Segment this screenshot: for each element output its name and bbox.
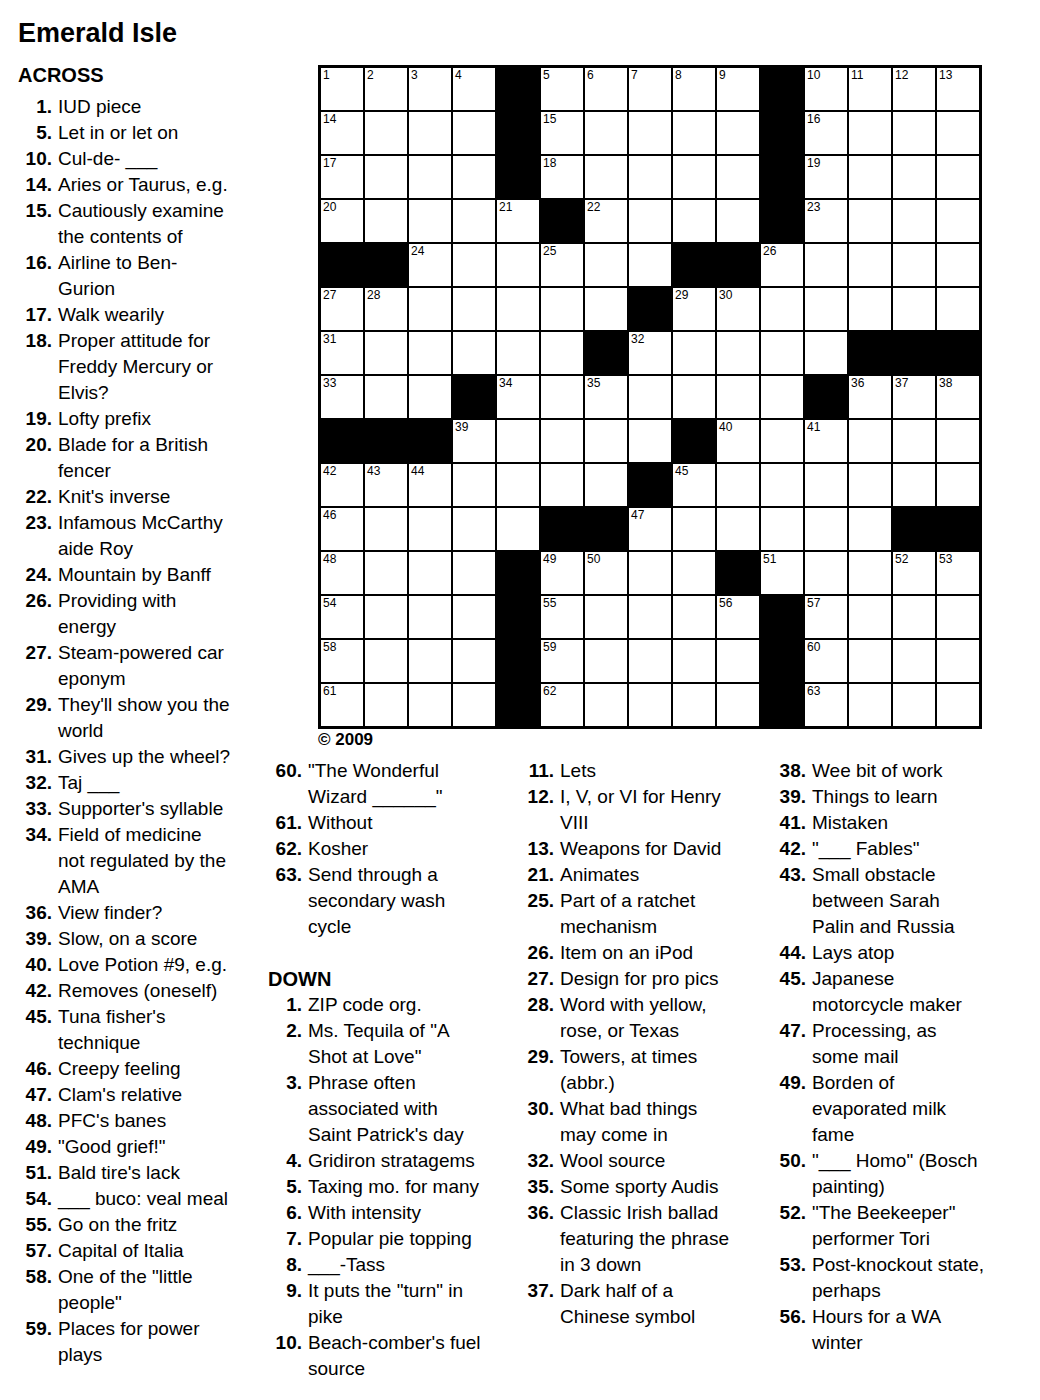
grid-cell[interactable]: 22 [585,200,627,242]
grid-cell[interactable] [893,200,935,242]
grid-cell[interactable]: 9 [717,68,759,110]
clue-number: 8. [268,1252,302,1278]
grid-cell[interactable]: 16 [805,112,847,154]
grid-cell[interactable] [629,200,671,242]
black-square [541,200,583,242]
clue-number: 9. [268,1278,302,1330]
grid-cell[interactable] [673,640,715,682]
clue-text: IUD piece [58,94,141,120]
grid-cell[interactable] [453,288,495,330]
grid-cell[interactable] [585,420,627,462]
across-clue-29: 29.They'll show you the world [18,692,280,744]
grid-cell[interactable]: 40 [717,420,759,462]
down-clue-45: 45.Japanese motorcycle maker [772,966,1038,1018]
across-clue-47: 47.Clam's relative [18,1082,280,1108]
grid-cell[interactable]: 10 [805,68,847,110]
grid-cell[interactable] [365,332,407,374]
grid-cell[interactable] [409,552,451,594]
cell-number: 29 [675,289,688,302]
down-clue-5: 5.Taxing mo. for many [268,1174,518,1200]
clue-number: 35. [520,1174,554,1200]
across-clue-40: 40.Love Potion #9, e.g. [18,952,280,978]
grid-cell[interactable]: 36 [849,376,891,418]
grid-cell[interactable] [409,112,451,154]
grid-cell[interactable] [673,508,715,550]
clue-text: Processing, as some mail [812,1018,937,1070]
grid-cell[interactable] [849,112,891,154]
grid-cell[interactable] [937,464,979,506]
grid-cell[interactable] [585,156,627,198]
grid-cell[interactable] [365,552,407,594]
cell-number: 13 [939,69,952,82]
cell-number: 15 [543,113,556,126]
grid-cell[interactable] [497,508,539,550]
grid-cell[interactable] [453,200,495,242]
grid-cell[interactable]: 8 [673,68,715,110]
grid-cell[interactable] [409,508,451,550]
clue-text: Wee bit of work [812,758,943,784]
across-clue-16: 16.Airline to Ben- Gurion [18,250,280,302]
across-clue-list: 1.IUD piece5.Let in or let on10.Cul-de- … [18,94,280,1368]
black-square [761,684,803,726]
clue-number: 22. [18,484,52,510]
grid-cell[interactable]: 12 [893,68,935,110]
clue-text: Weapons for David [560,836,721,862]
grid-cell[interactable] [409,596,451,638]
grid-cell[interactable] [629,376,671,418]
grid-cell[interactable] [453,156,495,198]
grid-cell[interactable] [893,112,935,154]
grid-cell[interactable] [409,684,451,726]
cell-number: 26 [763,245,776,258]
grid-cell[interactable] [541,288,583,330]
grid-cell[interactable] [849,200,891,242]
grid-cell[interactable]: 57 [805,596,847,638]
grid-cell[interactable] [541,420,583,462]
grid-cell[interactable] [585,288,627,330]
grid-cell[interactable] [497,420,539,462]
clue-text: Field of medicine not regulated by the A… [58,822,226,900]
grid-cell[interactable] [453,552,495,594]
cell-number: 52 [895,553,908,566]
grid-cell[interactable] [805,244,847,286]
grid-cell[interactable] [453,640,495,682]
grid-cell[interactable]: 56 [717,596,759,638]
grid-cell[interactable]: 17 [321,156,363,198]
grid-cell[interactable] [541,332,583,374]
grid-cell[interactable] [849,288,891,330]
down-clue-8: 8.___-Tass [268,1252,518,1278]
grid-cell[interactable]: 21 [497,200,539,242]
grid-cell[interactable] [585,684,627,726]
grid-cell[interactable]: 59 [541,640,583,682]
grid-cell[interactable]: 26 [761,244,803,286]
clue-text: PFC's banes [58,1108,166,1134]
cell-number: 19 [807,157,820,170]
cell-number: 54 [323,597,336,610]
clue-text: "___ Fables" [812,836,920,862]
grid-cell[interactable]: 54 [321,596,363,638]
grid-cell[interactable] [673,684,715,726]
grid-cell[interactable]: 20 [321,200,363,242]
cell-number: 11 [851,69,863,82]
grid-cell[interactable] [937,156,979,198]
down-clue-9: 9.It puts the "turn" in pike [268,1278,518,1330]
down-clue-2: 2.Ms. Tequila of "A Shot at Love" [268,1018,518,1070]
grid-cell[interactable]: 32 [629,332,671,374]
grid-cell[interactable] [893,156,935,198]
grid-cell[interactable] [717,684,759,726]
cell-number: 59 [543,641,556,654]
grid-cell[interactable]: 53 [937,552,979,594]
grid-cell[interactable] [629,244,671,286]
grid-cell[interactable] [937,596,979,638]
clue-text: Beach-comber's fuel source [308,1330,481,1376]
grid-cell[interactable] [717,112,759,154]
across-clue-55: 55.Go on the fritz [18,1212,280,1238]
grid-cell[interactable] [805,288,847,330]
grid-cell[interactable] [717,200,759,242]
cell-number: 55 [543,597,556,610]
down-clue-56: 56.Hours for a WA winter [772,1304,1038,1356]
black-square [541,508,583,550]
grid-cell[interactable]: 6 [585,68,627,110]
grid-cell[interactable] [849,552,891,594]
grid-cell[interactable] [409,288,451,330]
grid-cell[interactable]: 28 [365,288,407,330]
down-clue-42: 42."___ Fables" [772,836,1038,862]
grid-cell[interactable]: 7 [629,68,671,110]
grid-cell[interactable] [849,508,891,550]
clue-number: 29. [18,692,52,744]
grid-cell[interactable] [893,684,935,726]
grid-cell[interactable]: 13 [937,68,979,110]
grid-cell[interactable] [497,332,539,374]
down-clue-36: 36.Classic Irish ballad featuring the ph… [520,1200,770,1278]
black-square [629,288,671,330]
grid-cell[interactable] [937,288,979,330]
grid-cell[interactable] [937,244,979,286]
grid-cell[interactable]: 52 [893,552,935,594]
grid-cell[interactable]: 58 [321,640,363,682]
grid-cell[interactable]: 3 [409,68,451,110]
black-square [629,464,671,506]
cell-number: 40 [719,421,732,434]
clue-number: 37. [520,1278,554,1330]
cell-number: 48 [323,553,336,566]
grid-cell[interactable] [409,200,451,242]
grid-cell[interactable]: 38 [937,376,979,418]
grid-cell[interactable]: 39 [453,420,495,462]
grid-cell[interactable] [365,200,407,242]
grid-cell[interactable] [761,332,803,374]
grid-cell[interactable]: 31 [321,332,363,374]
grid-cell[interactable] [365,684,407,726]
grid-cell[interactable] [673,552,715,594]
grid-cell[interactable]: 23 [805,200,847,242]
grid-cell[interactable]: 47 [629,508,671,550]
cell-number: 47 [631,509,644,522]
clue-text: Taj ___ [58,770,119,796]
across-clue-60: 60."The Wonderful Wizard ______" [268,758,518,810]
grid-cell[interactable] [717,640,759,682]
grid-cell[interactable] [673,332,715,374]
grid-cell[interactable]: 11 [849,68,891,110]
grid-cell[interactable]: 5 [541,68,583,110]
across-clue-19: 19.Lofty prefix [18,406,280,432]
grid-cell[interactable] [937,640,979,682]
grid-cell[interactable]: 4 [453,68,495,110]
grid-cell[interactable] [453,508,495,550]
clue-number: 13. [520,836,554,862]
grid-cell[interactable] [761,376,803,418]
cell-number: 23 [807,201,820,214]
grid-cell[interactable]: 2 [365,68,407,110]
grid-cell[interactable]: 45 [673,464,715,506]
clue-number: 26. [18,588,52,640]
clue-number: 1. [268,992,302,1018]
clue-number: 51. [18,1160,52,1186]
grid-cell[interactable] [761,288,803,330]
grid-cell[interactable] [673,112,715,154]
clue-number: 32. [18,770,52,796]
clue-text: Tuna fisher's technique [58,1004,165,1056]
grid-cell[interactable]: 35 [585,376,627,418]
grid-cell[interactable]: 61 [321,684,363,726]
grid-cell[interactable]: 43 [365,464,407,506]
clue-number: 24. [18,562,52,588]
cell-number: 27 [323,289,336,302]
grid-cell[interactable] [409,156,451,198]
down-clue-49: 49.Borden of evaporated milk fame [772,1070,1038,1148]
down-clue-43: 43.Small obstacle between Sarah Palin an… [772,862,1038,940]
grid-cell[interactable] [629,684,671,726]
clue-number: 7. [268,1226,302,1252]
grid-cell[interactable] [717,508,759,550]
grid-cell[interactable] [541,464,583,506]
grid-cell[interactable]: 34 [497,376,539,418]
down-clue-47: 47.Processing, as some mail [772,1018,1038,1070]
grid-cell[interactable] [453,332,495,374]
down-clue-37: 37.Dark half of a Chinese symbol [520,1278,770,1330]
grid-cell[interactable] [453,596,495,638]
grid-cell[interactable]: 14 [321,112,363,154]
across-clue-45: 45.Tuna fisher's technique [18,1004,280,1056]
black-square [673,420,715,462]
grid-cell[interactable]: 44 [409,464,451,506]
grid-cell[interactable] [365,640,407,682]
grid-cell[interactable] [849,244,891,286]
black-square [321,244,363,286]
grid-cell[interactable] [937,112,979,154]
clue-text: Steam-powered car eponym [58,640,224,692]
clue-text: They'll show you the world [58,692,230,744]
grid-cell[interactable]: 60 [805,640,847,682]
cell-number: 32 [631,333,644,346]
grid-cell[interactable]: 63 [805,684,847,726]
cell-number: 46 [323,509,336,522]
grid-cell[interactable] [365,508,407,550]
grid-cell[interactable]: 29 [673,288,715,330]
grid-cell[interactable] [761,420,803,462]
grid-cell[interactable] [673,596,715,638]
grid-cell[interactable]: 49 [541,552,583,594]
grid-cell[interactable] [937,200,979,242]
grid-cell[interactable]: 55 [541,596,583,638]
grid-cell[interactable] [585,596,627,638]
grid-cell[interactable] [453,244,495,286]
grid-cell[interactable] [629,552,671,594]
cell-number: 39 [455,421,468,434]
down-clue-1: 1.ZIP code org. [268,992,518,1018]
grid-cell[interactable]: 15 [541,112,583,154]
grid-cell[interactable] [893,420,935,462]
grid-cell[interactable] [893,464,935,506]
grid-cell[interactable]: 48 [321,552,363,594]
grid-cell[interactable] [849,420,891,462]
black-square [409,420,451,462]
grid-cell[interactable] [585,244,627,286]
grid-cell[interactable] [497,288,539,330]
clue-text: Ms. Tequila of "A Shot at Love" [308,1018,450,1070]
grid-cell[interactable]: 1 [321,68,363,110]
clue-number: 58. [18,1264,52,1316]
clue-text: Japanese motorcycle maker [812,966,962,1018]
cell-number: 49 [543,553,556,566]
grid-cell[interactable]: 37 [893,376,935,418]
grid-cell[interactable]: 33 [321,376,363,418]
grid-cell[interactable]: 50 [585,552,627,594]
clue-number: 30. [520,1096,554,1148]
clue-text: Word with yellow, rose, or Texas [560,992,706,1044]
clue-text: Knit's inverse [58,484,170,510]
grid-cell[interactable] [629,640,671,682]
across-clue-1: 1.IUD piece [18,94,280,120]
cell-number: 53 [939,553,952,566]
grid-cell[interactable] [585,112,627,154]
down-heading: DOWN [268,966,518,992]
grid-cell[interactable] [805,332,847,374]
grid-cell[interactable]: 51 [761,552,803,594]
grid-cell[interactable] [453,464,495,506]
grid-cell[interactable] [365,112,407,154]
grid-cell[interactable] [761,508,803,550]
grid-cell[interactable] [409,640,451,682]
grid-cell[interactable] [365,156,407,198]
across-clue-32: 32.Taj ___ [18,770,280,796]
clue-number: 5. [18,120,52,146]
grid-cell[interactable] [673,376,715,418]
grid-cell[interactable]: 30 [717,288,759,330]
cell-number: 31 [323,333,336,346]
grid-cell[interactable]: 18 [541,156,583,198]
grid-cell[interactable] [453,684,495,726]
grid-cell[interactable] [629,156,671,198]
clue-text: Let in or let on [58,120,178,146]
grid-cell[interactable] [937,420,979,462]
grid-cell[interactable]: 41 [805,420,847,462]
grid-cell[interactable] [629,112,671,154]
grid-cell[interactable] [805,464,847,506]
grid-cell[interactable] [717,332,759,374]
cell-number: 37 [895,377,908,390]
grid-cell[interactable]: 19 [805,156,847,198]
clue-number: 36. [18,900,52,926]
grid-cell[interactable] [629,420,671,462]
across-clue-51: 51.Bald tire's lack [18,1160,280,1186]
grid-cell[interactable] [937,684,979,726]
across-clue-24: 24.Mountain by Banff [18,562,280,588]
grid-cell[interactable] [849,684,891,726]
grid-cell[interactable]: 27 [321,288,363,330]
grid-cell[interactable]: 24 [409,244,451,286]
grid-cell[interactable] [365,596,407,638]
grid-cell[interactable] [893,244,935,286]
grid-cell[interactable] [541,376,583,418]
clue-number: 2. [268,1018,302,1070]
clue-number: 48. [18,1108,52,1134]
grid-cell[interactable]: 62 [541,684,583,726]
grid-cell[interactable] [497,464,539,506]
grid-cell[interactable] [497,244,539,286]
clue-text: Dark half of a Chinese symbol [560,1278,695,1330]
grid-cell[interactable] [805,552,847,594]
grid-cell[interactable] [849,596,891,638]
down-clue-list-continued-2: 38.Wee bit of work39.Things to learn41.M… [772,758,1038,1356]
grid-cell[interactable] [453,112,495,154]
grid-cell[interactable] [849,156,891,198]
grid-cell[interactable] [893,288,935,330]
clue-number: 20. [18,432,52,484]
grid-cell[interactable] [629,596,671,638]
clue-number: 57. [18,1238,52,1264]
grid-cell[interactable] [849,464,891,506]
grid-cell[interactable] [893,596,935,638]
down-clue-28: 28.Word with yellow, rose, or Texas [520,992,770,1044]
down-clue-29: 29.Towers, at times (abbr.) [520,1044,770,1096]
clue-text: Popular pie topping [308,1226,472,1252]
grid-cell[interactable] [409,376,451,418]
grid-cell[interactable]: 46 [321,508,363,550]
grid-cell[interactable] [585,464,627,506]
grid-cell[interactable] [761,464,803,506]
cell-number: 24 [411,245,424,258]
grid-cell[interactable] [365,376,407,418]
grid-cell[interactable]: 25 [541,244,583,286]
clue-text: Design for pro pics [560,966,718,992]
clue-number: 31. [18,744,52,770]
grid-cell[interactable] [673,156,715,198]
clue-number: 10. [18,146,52,172]
grid-cell[interactable] [717,464,759,506]
grid-cell[interactable] [893,640,935,682]
grid-cell[interactable] [849,640,891,682]
grid-cell[interactable] [409,332,451,374]
grid-cell[interactable] [717,156,759,198]
across-clue-48: 48.PFC's banes [18,1108,280,1134]
grid-cell[interactable] [585,640,627,682]
grid-cell[interactable] [673,200,715,242]
clue-text: Places for power plays [58,1316,200,1368]
clue-number: 18. [18,328,52,406]
grid-cell[interactable]: 42 [321,464,363,506]
grid-cell[interactable] [717,376,759,418]
clue-text: Removes (oneself) [58,978,217,1004]
clue-text: Some sporty Audis [560,1174,718,1200]
clue-number: 12. [520,784,554,836]
down-clue-44: 44.Lays atop [772,940,1038,966]
grid-cell[interactable] [805,508,847,550]
